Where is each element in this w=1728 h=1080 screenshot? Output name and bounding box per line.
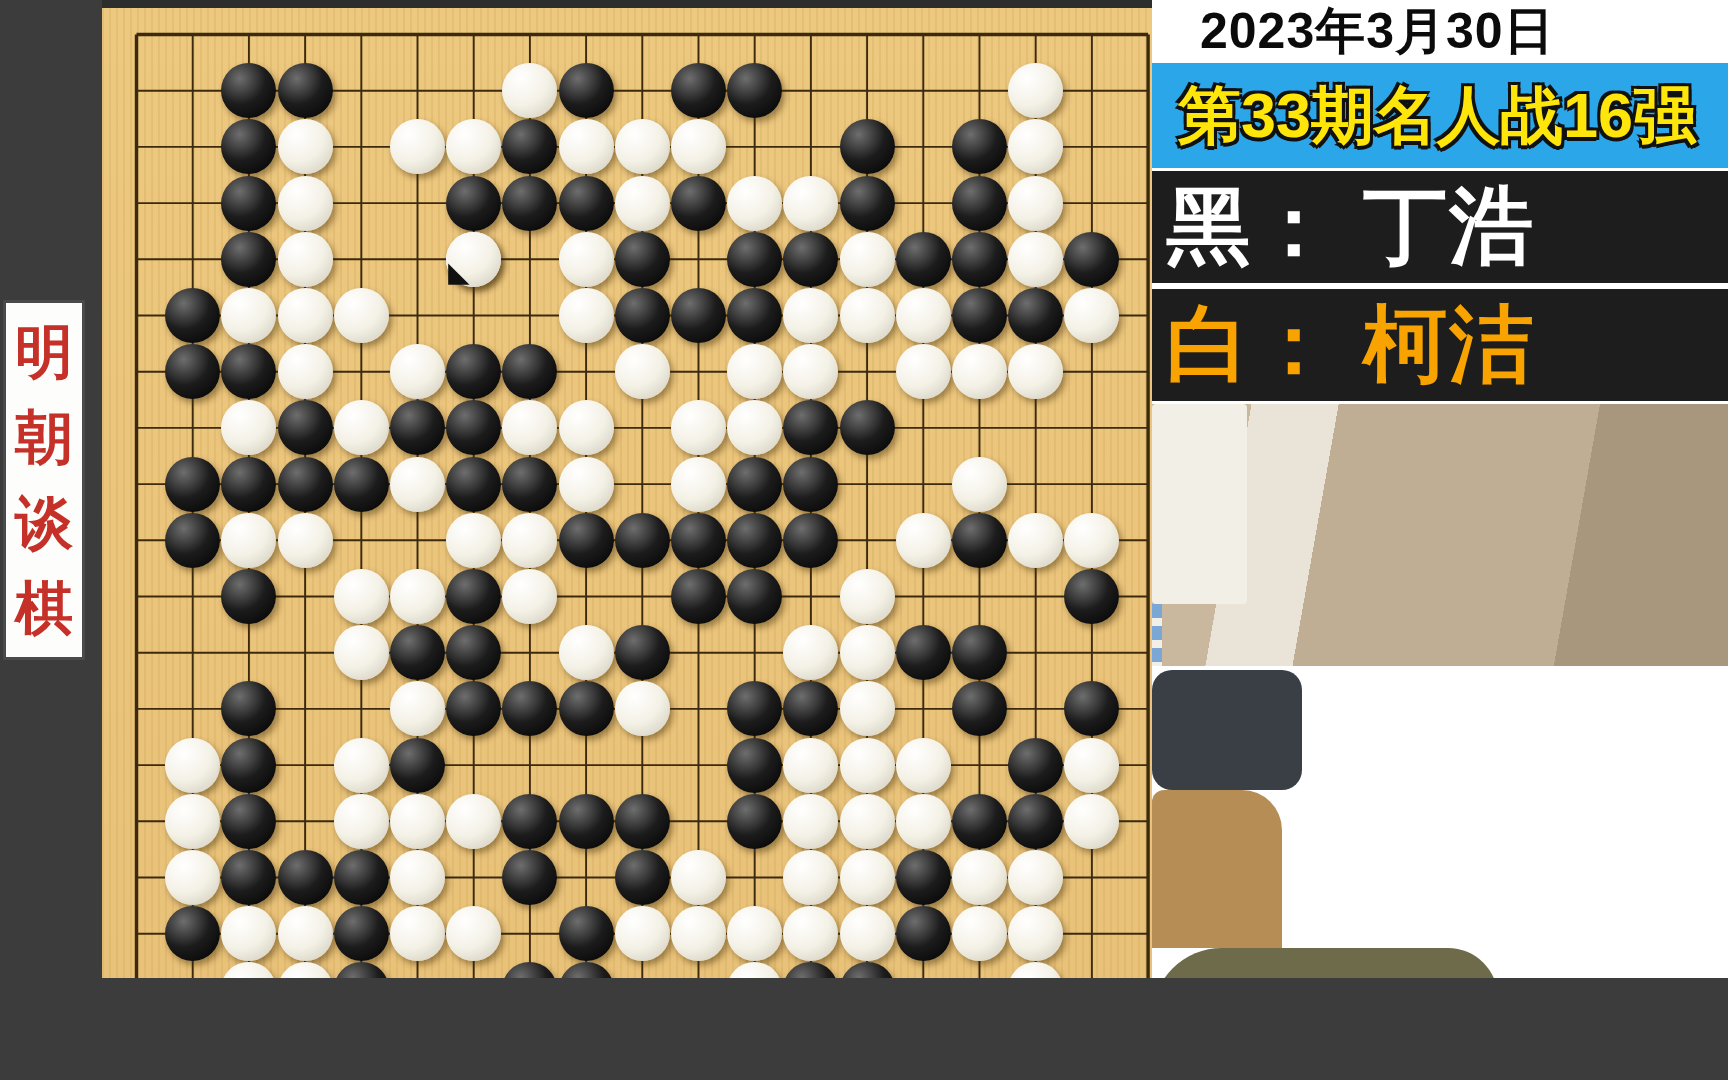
white-stone-c12r17: [727, 906, 782, 961]
white-stone-c17r5: [1008, 232, 1063, 287]
black-stone-c9r4: [559, 176, 614, 231]
black-stone-c14r4: [840, 176, 895, 231]
black-stone-c12r2: [727, 63, 782, 118]
black-player-name: 黑： 丁浩: [1166, 171, 1535, 283]
black-stone-c10r15: [615, 794, 670, 849]
white-stone-c16r16: [952, 850, 1007, 905]
black-stone-c4r8: [278, 400, 333, 455]
black-stone-c2r17: [165, 906, 220, 961]
black-stone-c17r6: [1008, 288, 1063, 343]
white-stone-c17r7: [1008, 344, 1063, 399]
white-stone-c14r16: [840, 850, 895, 905]
white-stone-c6r16: [390, 850, 445, 905]
black-stone-c3r4: [221, 176, 276, 231]
black-stone-c3r9: [221, 457, 276, 512]
white-stone-c11r16: [671, 850, 726, 905]
chair: [1152, 790, 1282, 948]
event-title-bar: 第33期名人战16强: [1152, 63, 1728, 168]
white-stone-c5r14: [334, 738, 389, 793]
white-stone-c11r17: [671, 906, 726, 961]
black-stone-c9r10: [559, 513, 614, 568]
black-stone-c2r6: [165, 288, 220, 343]
black-stone-c16r10: [952, 513, 1007, 568]
black-stone-c16r5: [952, 232, 1007, 287]
black-stone-c15r12: [896, 625, 951, 680]
white-stone-c5r12: [334, 625, 389, 680]
black-stone-c3r14: [221, 738, 276, 793]
black-stone-c9r15: [559, 794, 614, 849]
white-stone-c3r10: [221, 513, 276, 568]
black-stone-c5r16: [334, 850, 389, 905]
black-stone-c17r14: [1008, 738, 1063, 793]
white-stone-c12r4: [727, 176, 782, 231]
black-stone-c7r7: [446, 344, 501, 399]
black-stone-c18r5: [1064, 232, 1119, 287]
black-stone-c16r15: [952, 794, 1007, 849]
white-stone-c14r14: [840, 738, 895, 793]
black-stone-c3r15: [221, 794, 276, 849]
white-stone-c4r17: [278, 906, 333, 961]
white-stone-c18r14: [1064, 738, 1119, 793]
white-stone-c2r15: [165, 794, 220, 849]
black-stone-c6r12: [390, 625, 445, 680]
black-stone-c16r6: [952, 288, 1007, 343]
white-stone-c13r14: [783, 738, 838, 793]
white-stone-c10r3: [615, 119, 670, 174]
black-stone-c16r12: [952, 625, 1007, 680]
black-stone-c4r16: [278, 850, 333, 905]
bottom-dark-strip: [0, 978, 1728, 1080]
white-stone-c10r7: [615, 344, 670, 399]
black-stone-c2r10: [165, 513, 220, 568]
white-stone-c14r11: [840, 569, 895, 624]
black-stone-c11r2: [671, 63, 726, 118]
white-stone-c9r6: [559, 288, 614, 343]
white-stone-c6r15: [390, 794, 445, 849]
white-stone-c15r7: [896, 344, 951, 399]
white-stone-c14r6: [840, 288, 895, 343]
white-stone-c4r10: [278, 513, 333, 568]
watermark-char: 朝: [15, 408, 73, 466]
black-stone-c14r3: [840, 119, 895, 174]
black-stone-c10r12: [615, 625, 670, 680]
black-stone-c5r17: [334, 906, 389, 961]
left-dark-strip: 明 朝 谈 棋: [0, 0, 102, 978]
white-stone-c13r4: [783, 176, 838, 231]
date-row: 2023年3月30日: [1152, 0, 1728, 63]
white-stone-c15r6: [896, 288, 951, 343]
black-stone-c11r10: [671, 513, 726, 568]
white-stone-c14r15: [840, 794, 895, 849]
watermark-char: 明: [15, 323, 73, 381]
white-stone-c16r9: [952, 457, 1007, 512]
white-stone-c17r16: [1008, 850, 1063, 905]
black-stone-c12r5: [727, 232, 782, 287]
white-stone-c7r15: [446, 794, 501, 849]
photo-black-player-dinghao: [1152, 670, 1728, 978]
black-stone-c2r7: [165, 344, 220, 399]
broadcast-frame: 明 朝 谈 棋 2023年3月30日 第33期名人战16强 黑： 丁浩 白： 柯…: [0, 0, 1728, 1080]
white-stone-c8r10: [502, 513, 557, 568]
white-player-row: 白： 柯洁: [1152, 289, 1728, 401]
white-stone-c16r7: [952, 344, 1007, 399]
event-title: 第33期名人战16强: [1178, 73, 1696, 159]
white-stone-c2r14: [165, 738, 220, 793]
white-stone-c7r10: [446, 513, 501, 568]
white-stone-c11r9: [671, 457, 726, 512]
black-stone-c12r14: [727, 738, 782, 793]
black-stone-c12r15: [727, 794, 782, 849]
top-dark-sliver: [102, 0, 1152, 8]
black-stone-c13r10: [783, 513, 838, 568]
white-stone-c10r4: [615, 176, 670, 231]
white-stone-c5r6: [334, 288, 389, 343]
black-player-row: 黑： 丁浩: [1152, 171, 1728, 283]
black-stone-c5r9: [334, 457, 389, 512]
watermark-char: 谈: [15, 494, 73, 552]
white-stone-c9r9: [559, 457, 614, 512]
black-stone-c12r9: [727, 457, 782, 512]
white-stone-c2r16: [165, 850, 220, 905]
black-stone-c8r15: [502, 794, 557, 849]
black-stone-c3r5: [221, 232, 276, 287]
white-stone-c17r4: [1008, 176, 1063, 231]
white-stone-c10r13: [615, 681, 670, 736]
black-stone-c14r8: [840, 400, 895, 455]
black-stone-c10r6: [615, 288, 670, 343]
white-stone-c4r3: [278, 119, 333, 174]
white-stone-c5r8: [334, 400, 389, 455]
banner: [1152, 404, 1247, 604]
white-stone-c6r11: [390, 569, 445, 624]
white-stone-c9r8: [559, 400, 614, 455]
white-stone-c17r10: [1008, 513, 1063, 568]
go-board: [102, 8, 1152, 978]
black-stone-c7r11: [446, 569, 501, 624]
white-stone-c6r7: [390, 344, 445, 399]
white-stone-c17r2: [1008, 63, 1063, 118]
black-stone-c15r5: [896, 232, 951, 287]
game-date: 2023年3月30日: [1200, 0, 1555, 65]
black-stone-c11r4: [671, 176, 726, 231]
white-stone-c7r5: [446, 232, 501, 287]
white-stone-c14r5: [840, 232, 895, 287]
black-stone-c10r10: [615, 513, 670, 568]
black-stone-c12r10: [727, 513, 782, 568]
white-stone-c5r15: [334, 794, 389, 849]
black-stone-c15r17: [896, 906, 951, 961]
black-stone-c10r5: [615, 232, 670, 287]
watermark-char: 棋: [15, 579, 73, 637]
capture-marker-triangle: [448, 259, 474, 285]
white-stone-c10r17: [615, 906, 670, 961]
white-stone-c6r9: [390, 457, 445, 512]
info-sidebar: 2023年3月30日 第33期名人战16强 黑： 丁浩 白： 柯洁: [1152, 0, 1728, 978]
white-stone-c4r7: [278, 344, 333, 399]
white-stone-c14r13: [840, 681, 895, 736]
black-stone-c12r6: [727, 288, 782, 343]
black-stone-c7r9: [446, 457, 501, 512]
black-stone-c11r11: [671, 569, 726, 624]
white-stone-c12r7: [727, 344, 782, 399]
black-stone-c13r5: [783, 232, 838, 287]
black-stone-c16r4: [952, 176, 1007, 231]
white-stone-c18r10: [1064, 513, 1119, 568]
white-stone-c15r10: [896, 513, 951, 568]
black-stone-c7r4: [446, 176, 501, 231]
white-player-name: 白： 柯洁: [1166, 289, 1535, 401]
black-stone-c4r9: [278, 457, 333, 512]
black-stone-c10r16: [615, 850, 670, 905]
white-stone-c14r12: [840, 625, 895, 680]
calligraphy-watermark: 明 朝 谈 棋: [3, 300, 85, 660]
black-stone-c9r17: [559, 906, 614, 961]
white-stone-c4r4: [278, 176, 333, 231]
black-stone-c11r6: [671, 288, 726, 343]
black-stone-c15r16: [896, 850, 951, 905]
white-stone-c15r14: [896, 738, 951, 793]
white-stone-c15r15: [896, 794, 951, 849]
black-stone-c2r9: [165, 457, 220, 512]
white-stone-c14r17: [840, 906, 895, 961]
white-stone-c17r17: [1008, 906, 1063, 961]
black-stone-c9r2: [559, 63, 614, 118]
black-stone-c12r11: [727, 569, 782, 624]
white-stone-c9r3: [559, 119, 614, 174]
photo-white-player-kejie: [1152, 404, 1728, 666]
white-stone-c4r5: [278, 232, 333, 287]
white-stone-c5r11: [334, 569, 389, 624]
white-stone-c7r17: [446, 906, 501, 961]
white-stone-c16r17: [952, 906, 1007, 961]
person-body: [1152, 948, 1498, 978]
black-stone-c13r9: [783, 457, 838, 512]
black-stone-c4r2: [278, 63, 333, 118]
white-stone-c6r17: [390, 906, 445, 961]
black-stone-c8r4: [502, 176, 557, 231]
white-stone-c9r5: [559, 232, 614, 287]
white-stone-c9r12: [559, 625, 614, 680]
black-stone-c9r13: [559, 681, 614, 736]
black-stone-c8r9: [502, 457, 557, 512]
black-stone-c7r12: [446, 625, 501, 680]
banner-text-hint: [1152, 604, 1162, 666]
black-stone-c17r15: [1008, 794, 1063, 849]
white-stone-c18r15: [1064, 794, 1119, 849]
black-stone-c6r14: [390, 738, 445, 793]
background-figures: [1152, 670, 1302, 790]
white-stone-c13r15: [783, 794, 838, 849]
white-stone-c4r6: [278, 288, 333, 343]
